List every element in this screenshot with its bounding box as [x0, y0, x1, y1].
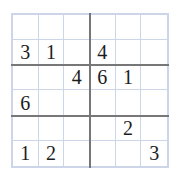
cell-r3c1[interactable]	[13, 65, 39, 90]
cell-r3c3[interactable]: 4	[64, 65, 90, 90]
cell-r1c1[interactable]	[13, 15, 39, 40]
box-divider-vertical	[89, 13, 91, 168]
cell-r2c6[interactable]	[141, 40, 167, 65]
cell-r5c2[interactable]	[39, 116, 65, 141]
cell-r6c5[interactable]	[116, 141, 142, 166]
cell-r6c1[interactable]: 1	[13, 141, 39, 166]
cell-r5c1[interactable]	[13, 116, 39, 141]
cell-r2c5[interactable]	[116, 40, 142, 65]
cell-r5c6[interactable]	[141, 116, 167, 141]
cell-r1c2[interactable]	[39, 15, 65, 40]
cell-r5c3[interactable]	[64, 116, 90, 141]
cell-r4c4[interactable]	[90, 90, 116, 115]
box-divider-horizontal-2	[11, 115, 169, 117]
cell-r5c5[interactable]: 2	[116, 116, 142, 141]
box-divider-horizontal-1	[11, 64, 169, 66]
cell-r5c4[interactable]	[90, 116, 116, 141]
cell-r2c4[interactable]: 4	[90, 40, 116, 65]
cell-r1c5[interactable]	[116, 15, 142, 40]
cell-r1c4[interactable]	[90, 15, 116, 40]
cell-r4c2[interactable]	[39, 90, 65, 115]
cell-r6c4[interactable]	[90, 141, 116, 166]
cell-r2c2[interactable]: 1	[39, 40, 65, 65]
cell-r4c6[interactable]	[141, 90, 167, 115]
cell-r3c5[interactable]: 1	[116, 65, 142, 90]
cell-r4c1[interactable]: 6	[13, 90, 39, 115]
cell-r4c3[interactable]	[64, 90, 90, 115]
cell-r6c3[interactable]	[64, 141, 90, 166]
cell-r3c2[interactable]	[39, 65, 65, 90]
cell-r1c3[interactable]	[64, 15, 90, 40]
cell-r6c6[interactable]: 3	[141, 141, 167, 166]
cell-r1c6[interactable]	[141, 15, 167, 40]
cell-r2c3[interactable]	[64, 40, 90, 65]
cell-r2c1[interactable]: 3	[13, 40, 39, 65]
cell-r3c4[interactable]: 6	[90, 65, 116, 90]
sudoku-board: 31446162123	[11, 13, 169, 168]
cell-r4c5[interactable]	[116, 90, 142, 115]
cell-r6c2[interactable]: 2	[39, 141, 65, 166]
cell-r3c6[interactable]	[141, 65, 167, 90]
sudoku-page: 31446162123	[0, 0, 180, 180]
